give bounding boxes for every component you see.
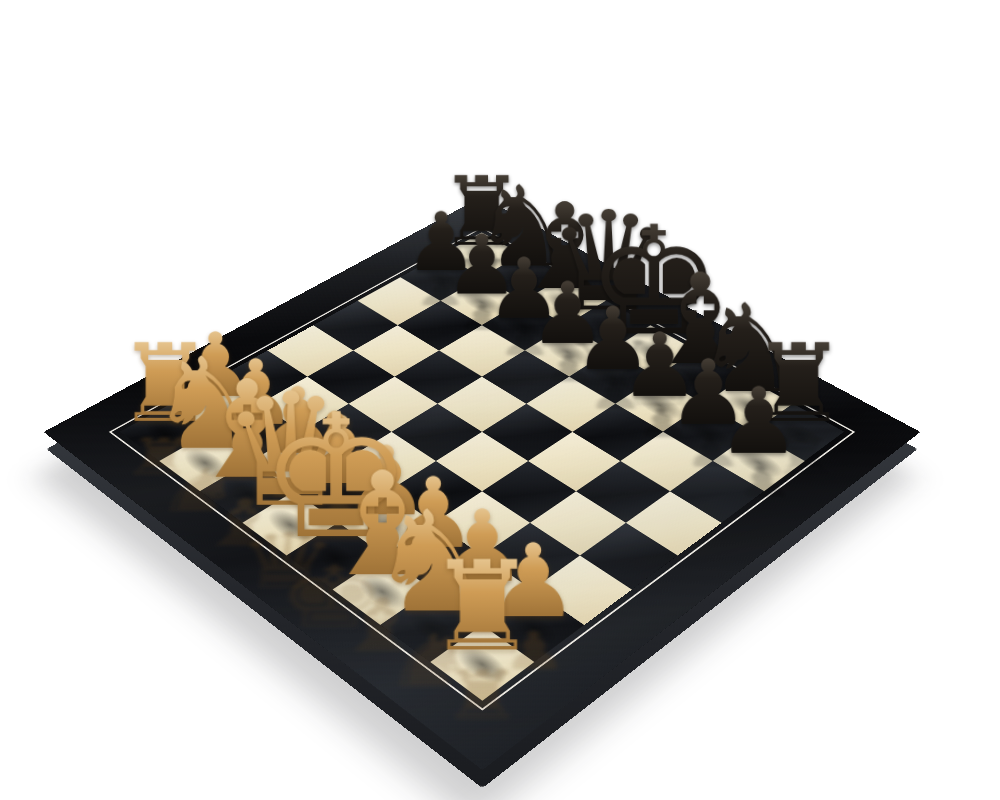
product-photo-scene: ♜♞♝♛♚♝♞♜♟♟♟♟♟♟♟♟♟♟♟♟♟♟♟♟♜♞♝♛♚♝♞♜ ♜♞♝♛♚♝♞… xyxy=(0,0,1000,800)
chess-board: ♜♞♝♛♚♝♞♜♟♟♟♟♟♟♟♟♟♟♟♟♟♟♟♟♜♞♝♛♚♝♞♜ ♜♞♝♛♚♝♞… xyxy=(44,197,921,770)
piece-glyph: ♟ xyxy=(687,375,830,467)
square-h1[interactable]: ♜ xyxy=(430,625,534,701)
piece-glyph: ♜ xyxy=(402,545,563,669)
